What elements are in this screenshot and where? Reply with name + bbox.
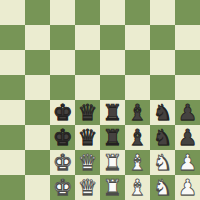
- square-d2[interactable]: ♛: [75, 150, 100, 175]
- square-a4[interactable]: [0, 100, 25, 125]
- square-e2[interactable]: ♜: [100, 150, 125, 175]
- piece-white-rook[interactable]: ♜: [100, 175, 125, 200]
- square-b8[interactable]: [25, 0, 50, 25]
- square-b6[interactable]: [25, 50, 50, 75]
- chess-board: ♚♛♜♝♞♟♚♛♜♝♞♟♚♛♜♝♞♟♚♛♜♝♞♟: [0, 0, 200, 200]
- square-d8[interactable]: [75, 0, 100, 25]
- square-b5[interactable]: [25, 75, 50, 100]
- square-b4[interactable]: [25, 100, 50, 125]
- square-c7[interactable]: [50, 25, 75, 50]
- square-e7[interactable]: [100, 25, 125, 50]
- square-g6[interactable]: [150, 50, 175, 75]
- square-f7[interactable]: [125, 25, 150, 50]
- square-a2[interactable]: [0, 150, 25, 175]
- square-f2[interactable]: ♝: [125, 150, 150, 175]
- square-f4[interactable]: ♝: [125, 100, 150, 125]
- square-f1[interactable]: ♝: [125, 175, 150, 200]
- square-d3[interactable]: ♛: [75, 125, 100, 150]
- chess-board-container: ♚♛♜♝♞♟♚♛♜♝♞♟♚♛♜♝♞♟♚♛♜♝♞♟: [0, 0, 200, 200]
- square-a1[interactable]: [0, 175, 25, 200]
- square-a7[interactable]: [0, 25, 25, 50]
- square-h6[interactable]: [175, 50, 200, 75]
- piece-white-queen[interactable]: ♛: [75, 150, 100, 175]
- piece-white-pawn[interactable]: ♟: [175, 150, 200, 175]
- square-d5[interactable]: [75, 75, 100, 100]
- square-c1[interactable]: ♚: [50, 175, 75, 200]
- square-g3[interactable]: ♞: [150, 125, 175, 150]
- square-h4[interactable]: ♟: [175, 100, 200, 125]
- square-b1[interactable]: [25, 175, 50, 200]
- square-c6[interactable]: [50, 50, 75, 75]
- piece-black-king[interactable]: ♚: [50, 125, 75, 150]
- piece-black-pawn[interactable]: ♟: [175, 100, 200, 125]
- piece-white-knight[interactable]: ♞: [150, 150, 175, 175]
- piece-black-bishop[interactable]: ♝: [125, 125, 150, 150]
- piece-white-pawn[interactable]: ♟: [175, 175, 200, 200]
- piece-white-rook[interactable]: ♜: [100, 150, 125, 175]
- piece-white-queen[interactable]: ♛: [75, 175, 100, 200]
- square-e8[interactable]: [100, 0, 125, 25]
- piece-white-knight[interactable]: ♞: [150, 175, 175, 200]
- piece-white-bishop[interactable]: ♝: [125, 175, 150, 200]
- square-a3[interactable]: [0, 125, 25, 150]
- piece-black-rook[interactable]: ♜: [100, 125, 125, 150]
- square-h8[interactable]: [175, 0, 200, 25]
- square-g8[interactable]: [150, 0, 175, 25]
- square-e3[interactable]: ♜: [100, 125, 125, 150]
- square-f3[interactable]: ♝: [125, 125, 150, 150]
- square-c2[interactable]: ♚: [50, 150, 75, 175]
- piece-black-king[interactable]: ♚: [50, 100, 75, 125]
- square-h7[interactable]: [175, 25, 200, 50]
- square-c8[interactable]: [50, 0, 75, 25]
- piece-black-bishop[interactable]: ♝: [125, 100, 150, 125]
- square-h3[interactable]: ♟: [175, 125, 200, 150]
- square-e6[interactable]: [100, 50, 125, 75]
- square-d1[interactable]: ♛: [75, 175, 100, 200]
- piece-white-bishop[interactable]: ♝: [125, 150, 150, 175]
- square-b3[interactable]: [25, 125, 50, 150]
- piece-black-knight[interactable]: ♞: [150, 100, 175, 125]
- square-c5[interactable]: [50, 75, 75, 100]
- square-b2[interactable]: [25, 150, 50, 175]
- square-d7[interactable]: [75, 25, 100, 50]
- piece-black-rook[interactable]: ♜: [100, 100, 125, 125]
- piece-black-knight[interactable]: ♞: [150, 125, 175, 150]
- square-f6[interactable]: [125, 50, 150, 75]
- square-e1[interactable]: ♜: [100, 175, 125, 200]
- square-f8[interactable]: [125, 0, 150, 25]
- square-d4[interactable]: ♛: [75, 100, 100, 125]
- square-h1[interactable]: ♟: [175, 175, 200, 200]
- square-g4[interactable]: ♞: [150, 100, 175, 125]
- square-a8[interactable]: [0, 0, 25, 25]
- piece-black-queen[interactable]: ♛: [75, 125, 100, 150]
- square-h2[interactable]: ♟: [175, 150, 200, 175]
- piece-black-queen[interactable]: ♛: [75, 100, 100, 125]
- square-f5[interactable]: [125, 75, 150, 100]
- square-h5[interactable]: [175, 75, 200, 100]
- square-c3[interactable]: ♚: [50, 125, 75, 150]
- square-c4[interactable]: ♚: [50, 100, 75, 125]
- square-g2[interactable]: ♞: [150, 150, 175, 175]
- piece-white-king[interactable]: ♚: [50, 175, 75, 200]
- piece-black-pawn[interactable]: ♟: [175, 125, 200, 150]
- piece-white-king[interactable]: ♚: [50, 150, 75, 175]
- square-g7[interactable]: [150, 25, 175, 50]
- square-g5[interactable]: [150, 75, 175, 100]
- square-e5[interactable]: [100, 75, 125, 100]
- square-g1[interactable]: ♞: [150, 175, 175, 200]
- square-d6[interactable]: [75, 50, 100, 75]
- square-a5[interactable]: [0, 75, 25, 100]
- square-e4[interactable]: ♜: [100, 100, 125, 125]
- square-b7[interactable]: [25, 25, 50, 50]
- square-a6[interactable]: [0, 50, 25, 75]
